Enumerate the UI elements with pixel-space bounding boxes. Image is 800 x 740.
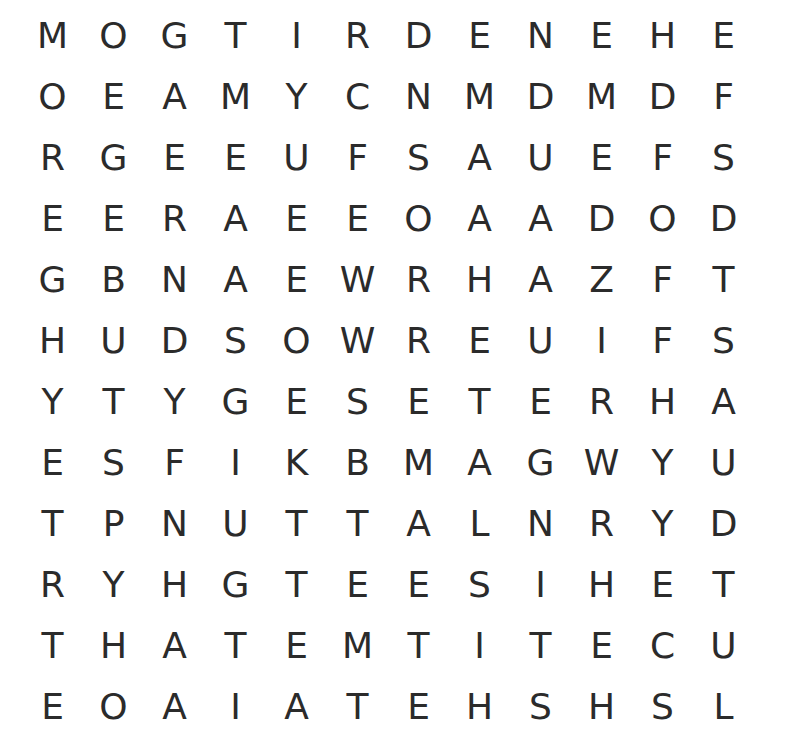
grid-cell[interactable]: N (510, 493, 571, 554)
grid-cell[interactable]: T (22, 493, 83, 554)
grid-cell[interactable]: I (266, 5, 327, 66)
grid-cell[interactable]: E (266, 249, 327, 310)
grid-cell[interactable]: D (693, 493, 754, 554)
grid-cell[interactable]: I (205, 676, 266, 737)
grid-cell[interactable]: E (388, 676, 449, 737)
grid-cell[interactable]: T (266, 554, 327, 615)
grid-cell[interactable]: R (571, 371, 632, 432)
grid-cell[interactable]: F (632, 249, 693, 310)
grid-cell[interactable]: S (388, 127, 449, 188)
grid-cell[interactable]: E (22, 432, 83, 493)
grid-cell[interactable]: A (388, 493, 449, 554)
grid-cell[interactable]: A (510, 249, 571, 310)
grid-cell[interactable]: U (510, 310, 571, 371)
grid-cell[interactable]: E (510, 371, 571, 432)
grid-cell[interactable]: D (510, 66, 571, 127)
grid-cell[interactable]: G (205, 371, 266, 432)
grid-cell[interactable]: E (632, 554, 693, 615)
grid-cell[interactable]: W (571, 432, 632, 493)
grid-cell[interactable]: R (571, 493, 632, 554)
grid-cell[interactable]: E (327, 188, 388, 249)
grid-cell[interactable]: A (144, 676, 205, 737)
grid-cell[interactable]: M (205, 66, 266, 127)
grid-cell[interactable]: T (22, 615, 83, 676)
grid-cell[interactable]: F (327, 127, 388, 188)
grid-cell[interactable]: W (327, 310, 388, 371)
grid-cell[interactable]: H (83, 615, 144, 676)
grid-cell[interactable]: H (571, 676, 632, 737)
grid-cell[interactable]: H (22, 310, 83, 371)
grid-cell[interactable]: D (388, 5, 449, 66)
grid-cell[interactable]: D (144, 310, 205, 371)
grid-cell[interactable]: A (144, 66, 205, 127)
grid-cell[interactable]: T (327, 493, 388, 554)
grid-cell[interactable]: A (693, 371, 754, 432)
grid-cell[interactable]: S (83, 432, 144, 493)
grid-cell[interactable]: Y (83, 554, 144, 615)
grid-cell[interactable]: H (144, 554, 205, 615)
grid-cell[interactable]: Y (144, 371, 205, 432)
grid-cell[interactable]: R (22, 127, 83, 188)
grid-cell[interactable]: S (693, 310, 754, 371)
grid-cell[interactable]: P (83, 493, 144, 554)
grid-cell[interactable]: O (22, 66, 83, 127)
grid-cell[interactable]: I (571, 310, 632, 371)
grid-cell[interactable]: E (693, 5, 754, 66)
grid-cell[interactable]: B (83, 249, 144, 310)
grid-cell[interactable]: C (632, 615, 693, 676)
grid-cell[interactable]: O (632, 188, 693, 249)
grid-cell[interactable]: S (205, 310, 266, 371)
grid-cell[interactable]: M (571, 66, 632, 127)
grid-cell[interactable]: O (83, 676, 144, 737)
grid-cell[interactable]: D (632, 66, 693, 127)
grid-cell[interactable]: D (571, 188, 632, 249)
grid-cell[interactable]: A (449, 127, 510, 188)
grid-cell[interactable]: E (83, 66, 144, 127)
grid-cell[interactable]: G (205, 554, 266, 615)
grid-cell[interactable]: E (388, 371, 449, 432)
grid-cell[interactable]: N (388, 66, 449, 127)
grid-cell[interactable]: D (693, 188, 754, 249)
grid-cell[interactable]: L (693, 676, 754, 737)
grid-cell[interactable]: C (327, 66, 388, 127)
grid-cell[interactable]: T (327, 676, 388, 737)
grid-cell[interactable]: R (327, 5, 388, 66)
grid-cell[interactable]: A (144, 615, 205, 676)
grid-cell[interactable]: A (510, 188, 571, 249)
grid-cell[interactable]: R (388, 249, 449, 310)
grid-cell[interactable]: W (327, 249, 388, 310)
grid-cell[interactable]: I (510, 554, 571, 615)
grid-cell[interactable]: E (83, 188, 144, 249)
word-search-grid: MOGTIRDENEHEOEAMYCNMDMDFRGEEUFSAUEFSEERA… (22, 5, 754, 737)
grid-cell[interactable]: N (144, 249, 205, 310)
grid-cell[interactable]: H (632, 371, 693, 432)
grid-cell[interactable]: T (449, 371, 510, 432)
grid-cell[interactable]: O (388, 188, 449, 249)
grid-cell[interactable]: T (83, 371, 144, 432)
grid-cell[interactable]: E (144, 127, 205, 188)
grid-cell[interactable]: I (449, 615, 510, 676)
grid-cell[interactable]: F (693, 66, 754, 127)
grid-cell[interactable]: U (510, 127, 571, 188)
grid-cell[interactable]: M (449, 66, 510, 127)
grid-cell[interactable]: S (449, 554, 510, 615)
grid-cell[interactable]: L (449, 493, 510, 554)
grid-cell[interactable]: R (144, 188, 205, 249)
grid-cell[interactable]: M (22, 5, 83, 66)
grid-cell[interactable]: E (449, 310, 510, 371)
grid-cell[interactable]: G (144, 5, 205, 66)
grid-cell[interactable]: U (693, 432, 754, 493)
grid-cell[interactable]: A (266, 676, 327, 737)
grid-cell[interactable]: A (205, 249, 266, 310)
grid-cell[interactable]: E (205, 127, 266, 188)
grid-cell[interactable]: M (327, 615, 388, 676)
grid-cell[interactable]: G (83, 127, 144, 188)
grid-cell[interactable]: Z (571, 249, 632, 310)
grid-cell[interactable]: H (449, 676, 510, 737)
grid-cell[interactable]: A (205, 188, 266, 249)
grid-cell[interactable]: N (144, 493, 205, 554)
grid-cell[interactable]: S (327, 371, 388, 432)
grid-cell[interactable]: E (449, 5, 510, 66)
grid-cell[interactable]: E (266, 615, 327, 676)
grid-cell[interactable]: I (205, 432, 266, 493)
grid-cell[interactable]: R (388, 310, 449, 371)
grid-cell[interactable]: B (327, 432, 388, 493)
grid-cell[interactable]: O (83, 5, 144, 66)
grid-cell[interactable]: E (571, 5, 632, 66)
grid-cell[interactable]: G (22, 249, 83, 310)
grid-cell[interactable]: F (144, 432, 205, 493)
grid-cell[interactable]: E (22, 676, 83, 737)
grid-cell[interactable]: S (693, 127, 754, 188)
grid-cell[interactable]: T (693, 249, 754, 310)
grid-cell[interactable]: T (693, 554, 754, 615)
grid-cell[interactable]: T (388, 615, 449, 676)
grid-cell[interactable]: E (388, 554, 449, 615)
grid-cell[interactable]: H (632, 5, 693, 66)
grid-cell[interactable]: O (266, 310, 327, 371)
grid-cell[interactable]: E (266, 371, 327, 432)
grid-cell[interactable]: F (632, 310, 693, 371)
grid-cell[interactable]: T (205, 615, 266, 676)
grid-cell[interactable]: E (327, 554, 388, 615)
grid-cell[interactable]: F (632, 127, 693, 188)
grid-cell[interactable]: E (571, 127, 632, 188)
grid-cell[interactable]: H (571, 554, 632, 615)
grid-cell[interactable]: H (449, 249, 510, 310)
grid-cell[interactable]: R (22, 554, 83, 615)
grid-cell[interactable]: E (22, 188, 83, 249)
grid-cell[interactable]: Y (266, 66, 327, 127)
grid-cell[interactable]: M (388, 432, 449, 493)
grid-cell[interactable]: Y (632, 432, 693, 493)
grid-cell[interactable]: Y (22, 371, 83, 432)
grid-cell[interactable]: A (449, 432, 510, 493)
grid-cell[interactable]: G (510, 432, 571, 493)
grid-cell[interactable]: E (571, 615, 632, 676)
grid-cell[interactable]: T (266, 493, 327, 554)
grid-cell[interactable]: T (510, 615, 571, 676)
grid-cell[interactable]: U (266, 127, 327, 188)
grid-cell[interactable]: U (693, 615, 754, 676)
grid-cell[interactable]: T (205, 5, 266, 66)
grid-cell[interactable]: S (632, 676, 693, 737)
grid-cell[interactable]: U (205, 493, 266, 554)
grid-cell[interactable]: Y (632, 493, 693, 554)
grid-cell[interactable]: K (266, 432, 327, 493)
grid-cell[interactable]: N (510, 5, 571, 66)
grid-cell[interactable]: A (449, 188, 510, 249)
grid-cell[interactable]: U (83, 310, 144, 371)
grid-cell[interactable]: S (510, 676, 571, 737)
grid-cell[interactable]: E (266, 188, 327, 249)
